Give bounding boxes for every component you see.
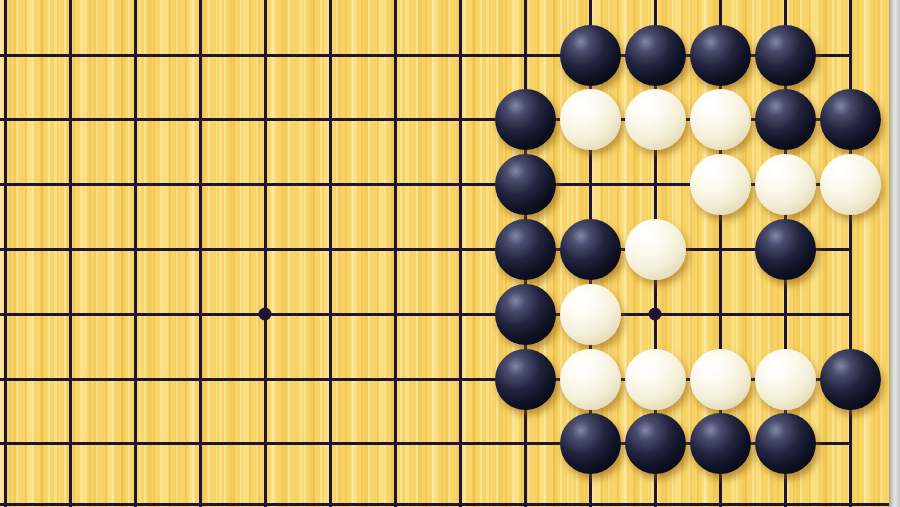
white-stone bbox=[560, 349, 621, 410]
board-intersection[interactable] bbox=[168, 23, 233, 88]
board-intersection[interactable] bbox=[558, 282, 623, 347]
board-intersection[interactable] bbox=[818, 347, 883, 412]
board-intersection[interactable] bbox=[558, 87, 623, 152]
black-stone bbox=[690, 25, 751, 86]
black-stone bbox=[625, 25, 686, 86]
black-stone bbox=[495, 89, 556, 150]
stones-layer bbox=[0, 23, 883, 477]
board-intersection[interactable] bbox=[818, 217, 883, 282]
black-stone bbox=[495, 154, 556, 215]
black-stone bbox=[820, 349, 881, 410]
board-intersection[interactable] bbox=[0, 412, 38, 477]
board-intersection[interactable] bbox=[558, 217, 623, 282]
board-intersection[interactable] bbox=[688, 152, 753, 217]
board-intersection[interactable] bbox=[493, 347, 558, 412]
board-intersection[interactable] bbox=[363, 347, 428, 412]
white-stone bbox=[625, 89, 686, 150]
board-intersection[interactable] bbox=[623, 87, 688, 152]
board-intersection[interactable] bbox=[753, 282, 818, 347]
go-board[interactable] bbox=[0, 0, 889, 507]
board-intersection[interactable] bbox=[818, 412, 883, 477]
board-intersection[interactable] bbox=[493, 282, 558, 347]
board-intersection[interactable] bbox=[168, 152, 233, 217]
board-intersection[interactable] bbox=[103, 152, 168, 217]
white-stone bbox=[560, 284, 621, 345]
board-intersection[interactable] bbox=[168, 217, 233, 282]
black-stone bbox=[755, 219, 816, 280]
white-stone bbox=[625, 349, 686, 410]
board-intersection[interactable] bbox=[363, 87, 428, 152]
board-intersection[interactable] bbox=[623, 217, 688, 282]
board-intersection[interactable] bbox=[298, 152, 363, 217]
board-intersection[interactable] bbox=[363, 217, 428, 282]
board-intersection[interactable] bbox=[818, 282, 883, 347]
white-stone bbox=[690, 89, 751, 150]
white-stone bbox=[755, 154, 816, 215]
board-intersection[interactable] bbox=[233, 152, 298, 217]
board-intersection[interactable] bbox=[493, 217, 558, 282]
board-intersection[interactable] bbox=[493, 412, 558, 477]
board-intersection[interactable] bbox=[103, 347, 168, 412]
board-intersection[interactable] bbox=[168, 347, 233, 412]
board-intersection[interactable] bbox=[103, 217, 168, 282]
board-intersection[interactable] bbox=[38, 87, 103, 152]
black-stone bbox=[495, 219, 556, 280]
board-intersection[interactable] bbox=[753, 23, 818, 88]
board-intersection[interactable] bbox=[493, 87, 558, 152]
black-stone bbox=[495, 349, 556, 410]
board-intersection[interactable] bbox=[818, 87, 883, 152]
board-intersection[interactable] bbox=[233, 23, 298, 88]
board-intersection[interactable] bbox=[38, 347, 103, 412]
board-intersection[interactable] bbox=[753, 217, 818, 282]
board-intersection[interactable] bbox=[233, 347, 298, 412]
board-intersection[interactable] bbox=[168, 87, 233, 152]
go-app-screenshot bbox=[0, 0, 900, 507]
board-intersection[interactable] bbox=[298, 217, 363, 282]
board-intersection[interactable] bbox=[103, 23, 168, 88]
black-stone bbox=[690, 413, 751, 474]
board-intersection[interactable] bbox=[168, 412, 233, 477]
board-intersection[interactable] bbox=[298, 347, 363, 412]
board-intersection[interactable] bbox=[558, 23, 623, 88]
board-intersection[interactable] bbox=[38, 412, 103, 477]
board-intersection[interactable] bbox=[363, 282, 428, 347]
board-intersection[interactable] bbox=[558, 412, 623, 477]
board-intersection[interactable] bbox=[0, 347, 38, 412]
board-intersection[interactable] bbox=[233, 282, 298, 347]
board-intersection[interactable] bbox=[558, 152, 623, 217]
board-intersection[interactable] bbox=[428, 23, 493, 88]
black-stone bbox=[755, 413, 816, 474]
black-stone bbox=[755, 25, 816, 86]
board-intersection[interactable] bbox=[688, 217, 753, 282]
white-stone bbox=[625, 219, 686, 280]
board-intersection[interactable] bbox=[103, 282, 168, 347]
board-intersection[interactable] bbox=[428, 217, 493, 282]
board-intersection[interactable] bbox=[0, 217, 38, 282]
board-intersection[interactable] bbox=[818, 23, 883, 88]
board-intersection[interactable] bbox=[38, 152, 103, 217]
board-intersection[interactable] bbox=[623, 23, 688, 88]
black-stone bbox=[755, 89, 816, 150]
white-stone bbox=[755, 349, 816, 410]
board-intersection[interactable] bbox=[688, 412, 753, 477]
board-intersection[interactable] bbox=[688, 282, 753, 347]
board-intersection[interactable] bbox=[428, 282, 493, 347]
board-intersection[interactable] bbox=[233, 217, 298, 282]
board-intersection[interactable] bbox=[0, 23, 38, 88]
board-intersection[interactable] bbox=[688, 347, 753, 412]
black-stone bbox=[820, 89, 881, 150]
board-intersection[interactable] bbox=[298, 87, 363, 152]
board-intersection[interactable] bbox=[363, 23, 428, 88]
window-edge-strip bbox=[889, 0, 900, 507]
black-stone bbox=[495, 284, 556, 345]
grid-line-horizontal-bottom-partial bbox=[0, 503, 889, 506]
board-intersection[interactable] bbox=[818, 152, 883, 217]
white-stone bbox=[560, 89, 621, 150]
board-intersection[interactable] bbox=[38, 23, 103, 88]
board-intersection[interactable] bbox=[623, 412, 688, 477]
board-intersection[interactable] bbox=[298, 282, 363, 347]
board-intersection[interactable] bbox=[38, 282, 103, 347]
white-stone bbox=[690, 349, 751, 410]
black-stone bbox=[560, 219, 621, 280]
board-intersection[interactable] bbox=[493, 23, 558, 88]
board-intersection[interactable] bbox=[688, 23, 753, 88]
board-intersection[interactable] bbox=[623, 152, 688, 217]
board-intersection[interactable] bbox=[233, 87, 298, 152]
board-intersection[interactable] bbox=[493, 152, 558, 217]
white-stone bbox=[820, 154, 881, 215]
board-intersection[interactable] bbox=[623, 282, 688, 347]
board-intersection[interactable] bbox=[363, 152, 428, 217]
board-intersection[interactable] bbox=[0, 152, 38, 217]
board-intersection[interactable] bbox=[428, 87, 493, 152]
board-intersection[interactable] bbox=[753, 152, 818, 217]
board-intersection[interactable] bbox=[0, 87, 38, 152]
board-intersection[interactable] bbox=[363, 412, 428, 477]
board-intersection[interactable] bbox=[558, 347, 623, 412]
board-intersection[interactable] bbox=[103, 412, 168, 477]
board-intersection[interactable] bbox=[753, 412, 818, 477]
black-stone bbox=[625, 413, 686, 474]
board-intersection[interactable] bbox=[623, 347, 688, 412]
board-intersection[interactable] bbox=[103, 87, 168, 152]
board-intersection[interactable] bbox=[753, 87, 818, 152]
board-intersection[interactable] bbox=[428, 152, 493, 217]
board-intersection[interactable] bbox=[298, 412, 363, 477]
board-intersection[interactable] bbox=[298, 23, 363, 88]
board-intersection[interactable] bbox=[688, 87, 753, 152]
board-intersection[interactable] bbox=[38, 217, 103, 282]
white-stone bbox=[690, 154, 751, 215]
black-stone bbox=[560, 413, 621, 474]
board-intersection[interactable] bbox=[428, 347, 493, 412]
board-intersection[interactable] bbox=[233, 412, 298, 477]
black-stone bbox=[560, 25, 621, 86]
board-intersection[interactable] bbox=[0, 282, 38, 347]
board-intersection[interactable] bbox=[753, 347, 818, 412]
board-intersection[interactable] bbox=[428, 412, 493, 477]
board-intersection[interactable] bbox=[168, 282, 233, 347]
